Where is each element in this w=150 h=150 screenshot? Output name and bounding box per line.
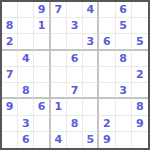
given-digit: 5: [119, 20, 127, 31]
cell-r6c2[interactable]: 8: [18, 83, 34, 99]
given-digit: 5: [86, 134, 94, 145]
given-digit: 8: [71, 118, 79, 129]
given-digit: 7: [54, 4, 62, 15]
given-digit: 9: [103, 134, 111, 145]
cell-r7c1[interactable]: 9: [2, 99, 18, 115]
given-digit: 9: [136, 118, 144, 129]
given-digit: 8: [119, 53, 127, 64]
cell-r5c2[interactable]: [18, 67, 34, 83]
cell-r6c9[interactable]: [132, 83, 148, 99]
given-digit: 1: [38, 20, 46, 31]
cell-r3c8[interactable]: [116, 34, 132, 50]
cell-r8c6[interactable]: [83, 116, 99, 132]
given-digit: 3: [119, 85, 127, 96]
given-digit: 6: [71, 53, 79, 64]
given-digit: 4: [54, 134, 62, 145]
cell-r2c9[interactable]: [132, 18, 148, 34]
cell-r3c5[interactable]: [67, 34, 83, 50]
cell-r8c3[interactable]: [34, 116, 50, 132]
cell-r8c9[interactable]: 9: [132, 116, 148, 132]
cell-r8c7[interactable]: 2: [99, 116, 115, 132]
cell-r7c6[interactable]: [83, 99, 99, 115]
cell-r7c8[interactable]: [116, 99, 132, 115]
cell-r1c9[interactable]: [132, 2, 148, 18]
given-digit: 6: [22, 134, 30, 145]
given-digit: 4: [22, 53, 30, 64]
cell-r1c5[interactable]: [67, 2, 83, 18]
cell-r9c7[interactable]: 9: [99, 132, 115, 148]
given-digit: 8: [6, 20, 14, 31]
given-digit: 6: [103, 36, 111, 47]
cell-r6c8[interactable]: 3: [116, 83, 132, 99]
given-digit: 3: [22, 118, 30, 129]
given-digit: 9: [38, 4, 46, 15]
cell-r9c9[interactable]: [132, 132, 148, 148]
cell-r2c5[interactable]: 3: [67, 18, 83, 34]
cell-r3c9[interactable]: 5: [132, 34, 148, 50]
cell-r9c1[interactable]: [2, 132, 18, 148]
given-digit: 8: [136, 101, 144, 112]
cell-r4c2[interactable]: 4: [18, 51, 34, 67]
cell-r5c6[interactable]: [83, 67, 99, 83]
cell-r9c8[interactable]: [116, 132, 132, 148]
cell-r1c7[interactable]: [99, 2, 115, 18]
cell-r4c4[interactable]: [51, 51, 67, 67]
cell-r6c4[interactable]: [51, 83, 67, 99]
cell-r7c7[interactable]: [99, 99, 115, 115]
cell-r5c3[interactable]: [34, 67, 50, 83]
cell-r1c8[interactable]: 6: [116, 2, 132, 18]
cell-r6c6[interactable]: [83, 83, 99, 99]
cell-r8c4[interactable]: [51, 116, 67, 132]
cell-r4c8[interactable]: 8: [116, 51, 132, 67]
cell-r7c5[interactable]: [67, 99, 83, 115]
cell-r1c6[interactable]: 4: [83, 2, 99, 18]
cell-r7c2[interactable]: [18, 99, 34, 115]
given-digit: 7: [71, 85, 79, 96]
cell-r4c9[interactable]: [132, 51, 148, 67]
cell-r6c3[interactable]: [34, 83, 50, 99]
cell-r5c4[interactable]: [51, 67, 67, 83]
cell-r5c7[interactable]: [99, 67, 115, 83]
cell-r4c7[interactable]: [99, 51, 115, 67]
cell-r2c7[interactable]: [99, 18, 115, 34]
cell-r9c5[interactable]: [67, 132, 83, 148]
cell-r5c9[interactable]: 2: [132, 67, 148, 83]
cell-r2c3[interactable]: 1: [34, 18, 50, 34]
cell-r9c2[interactable]: 6: [18, 132, 34, 148]
sudoku-board: 97468135236546872873961838296459: [0, 0, 150, 150]
given-digit: 8: [22, 85, 30, 96]
cell-r4c6[interactable]: [83, 51, 99, 67]
given-digit: 5: [136, 36, 144, 47]
given-digit: 7: [6, 69, 14, 80]
cell-r6c7[interactable]: [99, 83, 115, 99]
cell-r1c2[interactable]: [18, 2, 34, 18]
cell-r8c5[interactable]: 8: [67, 116, 83, 132]
cell-r6c5[interactable]: 7: [67, 83, 83, 99]
cell-r2c6[interactable]: [83, 18, 99, 34]
cell-r5c5[interactable]: [67, 67, 83, 83]
cell-r8c8[interactable]: [116, 116, 132, 132]
cell-r4c5[interactable]: 6: [67, 51, 83, 67]
cell-r3c1[interactable]: 2: [2, 34, 18, 50]
cell-r2c4[interactable]: [51, 18, 67, 34]
cell-r3c2[interactable]: [18, 34, 34, 50]
cell-r8c2[interactable]: 3: [18, 116, 34, 132]
cell-r1c3[interactable]: 9: [34, 2, 50, 18]
given-digit: 2: [103, 118, 111, 129]
given-digit: 2: [136, 69, 144, 80]
given-digit: 1: [54, 101, 62, 112]
given-digit: 2: [6, 36, 14, 47]
cell-r2c1[interactable]: 8: [2, 18, 18, 34]
given-digit: 3: [71, 20, 79, 31]
cell-r5c1[interactable]: 7: [2, 67, 18, 83]
cell-r5c8[interactable]: [116, 67, 132, 83]
given-digit: 4: [86, 4, 94, 15]
cell-r8c1[interactable]: [2, 116, 18, 132]
cell-r9c3[interactable]: [34, 132, 50, 148]
cell-r7c3[interactable]: 6: [34, 99, 50, 115]
cell-r6c1[interactable]: [2, 83, 18, 99]
cell-r4c1[interactable]: [2, 51, 18, 67]
cell-r1c4[interactable]: 7: [51, 2, 67, 18]
cell-r9c6[interactable]: 5: [83, 132, 99, 148]
given-digit: 9: [6, 101, 14, 112]
cell-r2c8[interactable]: 5: [116, 18, 132, 34]
given-digit: 3: [86, 36, 94, 47]
cell-r3c6[interactable]: 3: [83, 34, 99, 50]
cell-r7c4[interactable]: 1: [51, 99, 67, 115]
cell-r3c4[interactable]: [51, 34, 67, 50]
given-digit: 6: [38, 101, 46, 112]
cell-r3c7[interactable]: 6: [99, 34, 115, 50]
cell-r1c1[interactable]: [2, 2, 18, 18]
cell-r3c3[interactable]: [34, 34, 50, 50]
cell-r7c9[interactable]: 8: [132, 99, 148, 115]
cell-r9c4[interactable]: 4: [51, 132, 67, 148]
given-digit: 6: [119, 4, 127, 15]
cell-r2c2[interactable]: [18, 18, 34, 34]
cell-r4c3[interactable]: [34, 51, 50, 67]
